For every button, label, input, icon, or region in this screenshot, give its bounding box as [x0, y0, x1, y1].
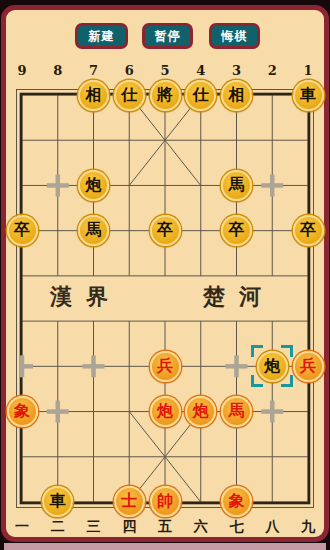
- bottom-file-label: 五: [152, 518, 178, 536]
- piece-black-cannon[interactable]: 炮: [78, 170, 109, 201]
- bottom-file-label: 二: [45, 518, 71, 536]
- bottom-file-label: 三: [81, 518, 107, 536]
- piece-label: 兵: [300, 356, 316, 377]
- piece-label: 炮: [193, 401, 209, 422]
- top-file-label: 5: [152, 63, 178, 78]
- piece-black-soldier[interactable]: 卒: [7, 215, 38, 246]
- piece-label: 馬: [229, 175, 245, 196]
- piece-label: 車: [300, 85, 316, 106]
- piece-label: 象: [14, 401, 30, 422]
- piece-label: 相: [229, 85, 245, 106]
- piece-red-general[interactable]: 帥: [150, 486, 181, 517]
- piece-black-cannon[interactable]: 炮: [257, 351, 288, 382]
- piece-label: 仕: [121, 85, 137, 106]
- piece-red-elephant[interactable]: 象: [7, 396, 38, 427]
- piece-label: 士: [121, 491, 137, 512]
- bottom-file-label: 九: [295, 518, 321, 536]
- bottom-file-label: 八: [259, 518, 285, 536]
- piece-red-soldier[interactable]: 兵: [150, 351, 181, 382]
- piece-label: 炮: [157, 401, 173, 422]
- piece-label: 卒: [300, 220, 316, 241]
- piece-black-general[interactable]: 將: [150, 80, 181, 111]
- piece-label: 象: [229, 491, 245, 512]
- piece-label: 將: [157, 85, 173, 106]
- top-file-label: 3: [224, 63, 250, 78]
- piece-label: 車: [50, 491, 66, 512]
- top-file-label: 2: [259, 63, 285, 78]
- board[interactable]: 漢界 楚河 987654321一二三四五六七八九相仕將仕相車炮馬卒馬卒卒卒兵炮兵…: [0, 0, 330, 550]
- piece-label: 仕: [193, 85, 209, 106]
- piece-label: 卒: [229, 220, 245, 241]
- piece-black-chariot[interactable]: 車: [293, 80, 324, 111]
- bottom-file-label: 六: [188, 518, 214, 536]
- piece-black-soldier[interactable]: 卒: [150, 215, 181, 246]
- piece-label: 帥: [157, 491, 173, 512]
- top-file-label: 7: [81, 63, 107, 78]
- piece-red-cannon[interactable]: 炮: [150, 396, 181, 427]
- top-file-label: 9: [9, 63, 35, 78]
- piece-label: 馬: [86, 220, 102, 241]
- top-file-label: 6: [116, 63, 142, 78]
- piece-label: 兵: [157, 356, 173, 377]
- piece-black-horse[interactable]: 馬: [221, 170, 252, 201]
- piece-label: 馬: [229, 401, 245, 422]
- bottom-strip: [4, 543, 326, 550]
- piece-black-advisor[interactable]: 仕: [185, 80, 216, 111]
- piece-black-soldier[interactable]: 卒: [293, 215, 324, 246]
- bottom-file-label: 四: [116, 518, 142, 536]
- bottom-file-label: 七: [224, 518, 250, 536]
- piece-red-soldier[interactable]: 兵: [293, 351, 324, 382]
- top-file-label: 8: [45, 63, 71, 78]
- piece-label: 炮: [264, 356, 280, 377]
- piece-label: 炮: [86, 175, 102, 196]
- piece-black-advisor[interactable]: 仕: [114, 80, 145, 111]
- bottom-file-label: 一: [9, 518, 35, 536]
- piece-black-elephant[interactable]: 相: [78, 80, 109, 111]
- piece-black-horse[interactable]: 馬: [78, 215, 109, 246]
- piece-label: 卒: [157, 220, 173, 241]
- app-window: 新建 暂停 悔棋 漢界 楚河 987654321一二三四五六七八九相仕將仕相車炮…: [0, 0, 330, 550]
- piece-black-elephant[interactable]: 相: [221, 80, 252, 111]
- piece-black-soldier[interactable]: 卒: [221, 215, 252, 246]
- piece-label: 卒: [14, 220, 30, 241]
- top-file-label: 1: [295, 63, 321, 78]
- piece-red-horse[interactable]: 馬: [221, 396, 252, 427]
- top-file-label: 4: [188, 63, 214, 78]
- piece-label: 相: [86, 85, 102, 106]
